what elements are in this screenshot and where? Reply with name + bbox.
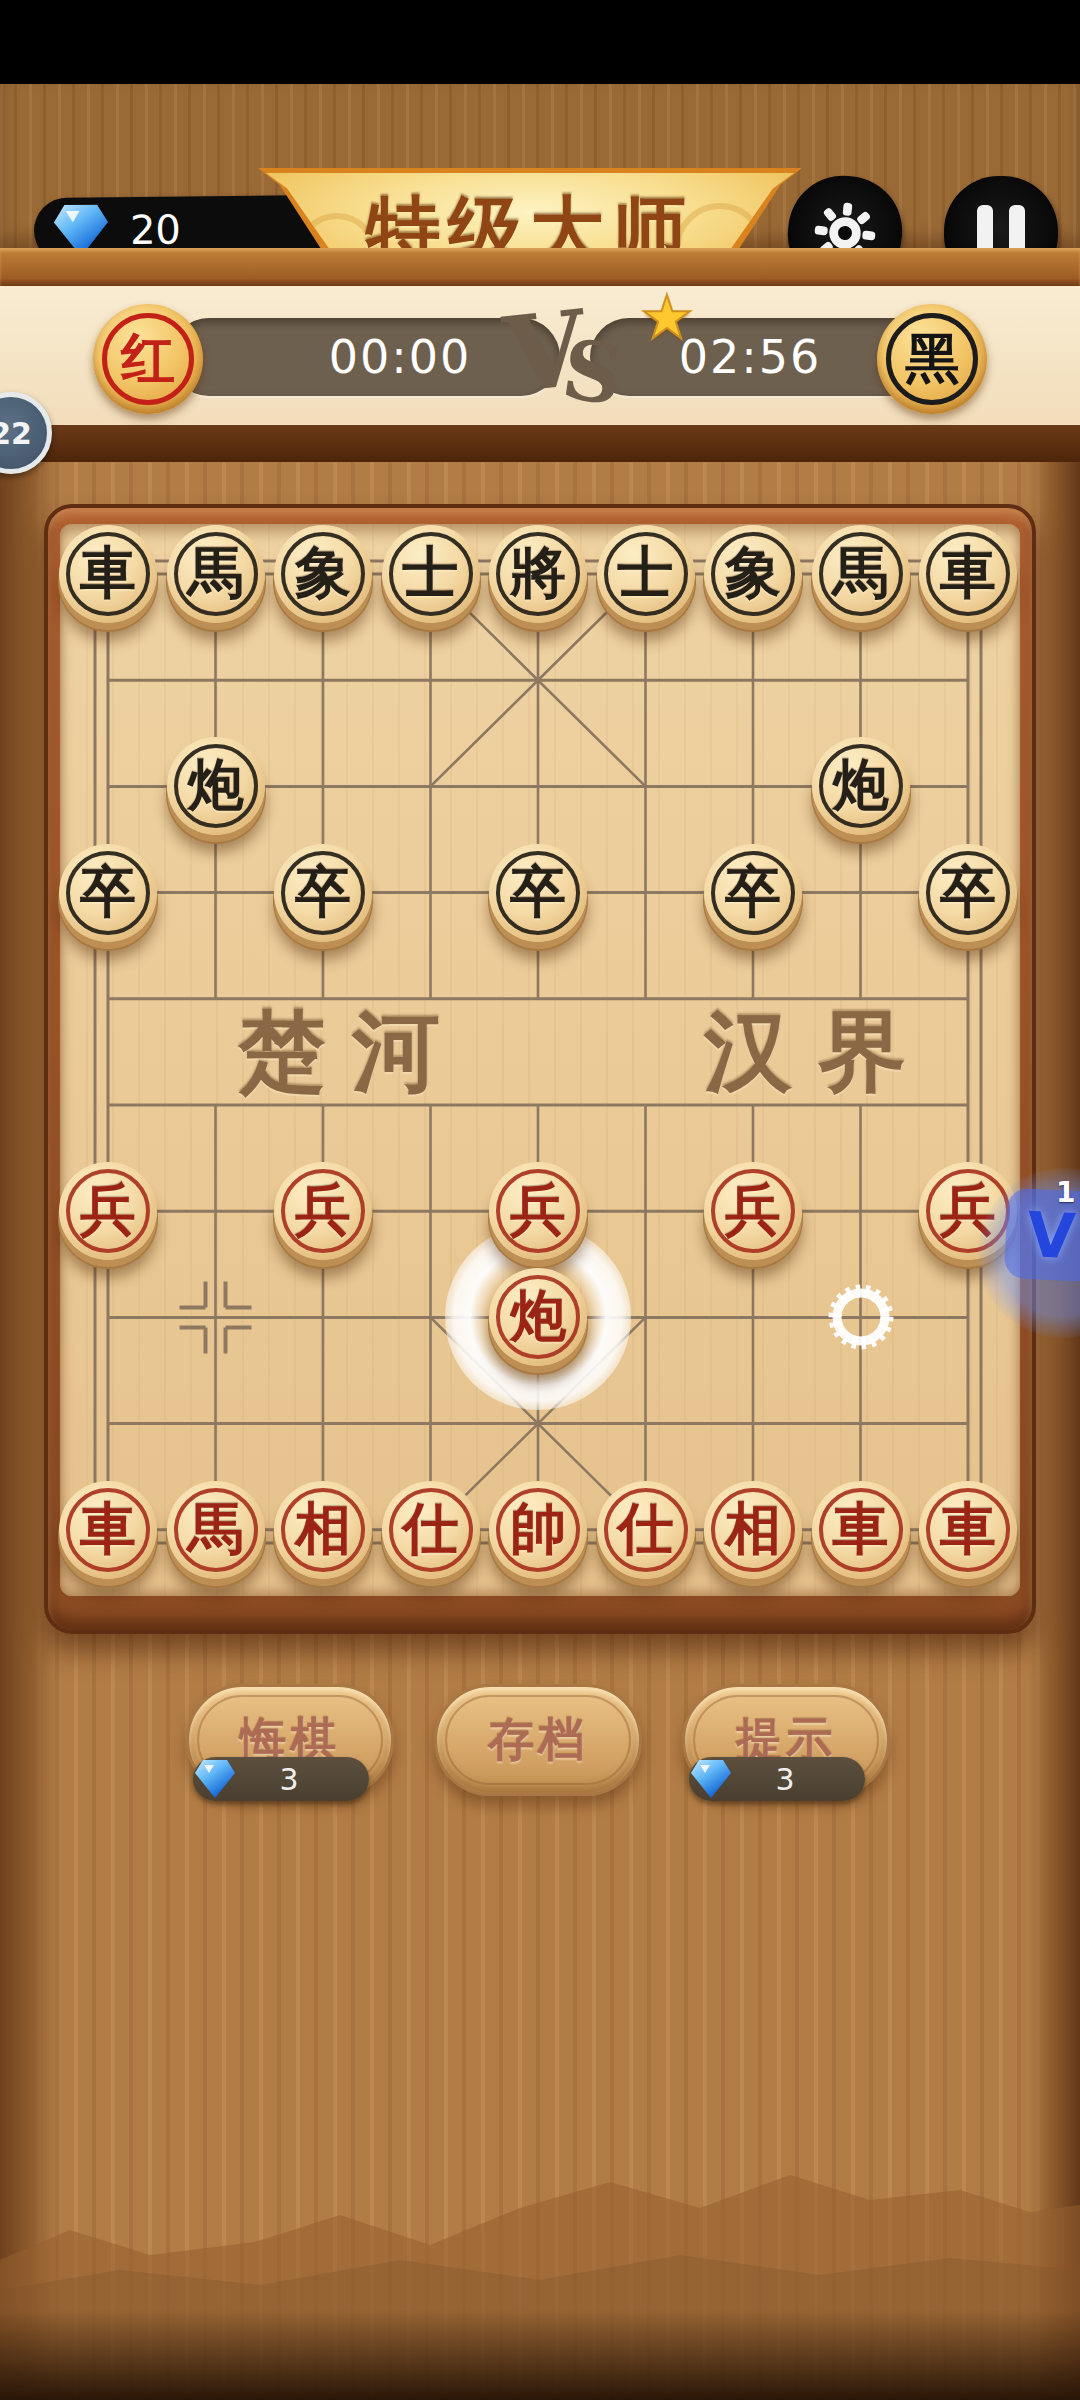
star-icon: ★ [640,282,694,352]
river-label-left: 楚河 [238,993,466,1112]
vs-mark: V S [505,296,625,416]
gem-icon [691,1760,731,1798]
vip-level: 1 [1056,1176,1075,1209]
undo-cost-badge: 3 [193,1757,369,1801]
hint-button[interactable]: 提示 3 [682,1684,890,1796]
wood-beam-top [0,248,1080,286]
scoreboard-strip: 00:00 02:56 红 黑 V S [0,286,1080,425]
red-side-badge: 红 [93,304,203,414]
hint-cost-badge: 3 [689,1757,865,1801]
bottom-shadow [0,2310,1080,2400]
save-game-button[interactable]: 存档 [434,1684,642,1796]
undo-move-button[interactable]: 悔棋 3 [186,1684,394,1796]
gem-icon [195,1760,235,1798]
xiangqi-board[interactable]: 楚河 汉界 [60,524,1020,1596]
android-status-bar [0,0,1080,84]
black-side-badge: 黑 [877,304,987,414]
river-label-right: 汉界 [704,993,932,1112]
header-bar: 20 + 特级大师 [0,84,1080,248]
game-screen: 20 + 特级大师 [0,0,1080,2400]
wood-beam-bottom [0,425,1080,462]
